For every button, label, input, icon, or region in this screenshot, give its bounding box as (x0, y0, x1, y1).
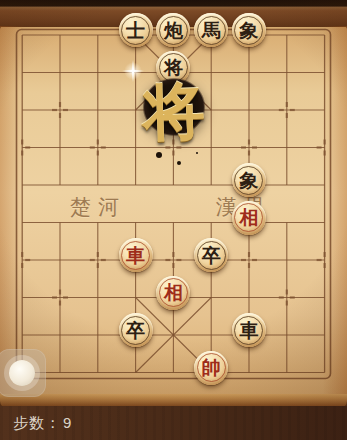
step-counter-value: 9 (63, 414, 72, 431)
piece-相-red[interactable]: 相 (156, 276, 190, 310)
piece-馬-black[interactable]: 馬 (194, 13, 228, 47)
piece-相-red[interactable]: 相 (232, 201, 266, 235)
piece-帥-red[interactable]: 帥 (194, 351, 228, 385)
piece-象-black[interactable]: 象 (232, 163, 266, 197)
piece-卒-black[interactable]: 卒 (119, 313, 153, 347)
piece-車-black[interactable]: 車 (232, 313, 266, 347)
assistive-touch-button[interactable] (0, 349, 46, 397)
step-counter: 步数：9 (13, 414, 72, 433)
piece-将-black[interactable]: 将 (156, 51, 190, 85)
step-counter-label: 步数： (13, 414, 61, 431)
piece-象-black[interactable]: 象 (232, 13, 266, 47)
piece-grid: 士炮馬象将象相車卒相卒車帥 (3, 16, 343, 391)
piece-卒-black[interactable]: 卒 (194, 238, 228, 272)
piece-炮-black[interactable]: 炮 (156, 13, 190, 47)
piece-車-red[interactable]: 車 (119, 238, 153, 272)
game-screen: 楚河 漢界 士炮馬象将象相車卒相卒車帥 将 步数：9 (0, 0, 347, 440)
bottom-status-bar: 步数：9 (0, 406, 347, 440)
piece-士-black[interactable]: 士 (119, 13, 153, 47)
assistive-touch-dot (9, 360, 35, 386)
